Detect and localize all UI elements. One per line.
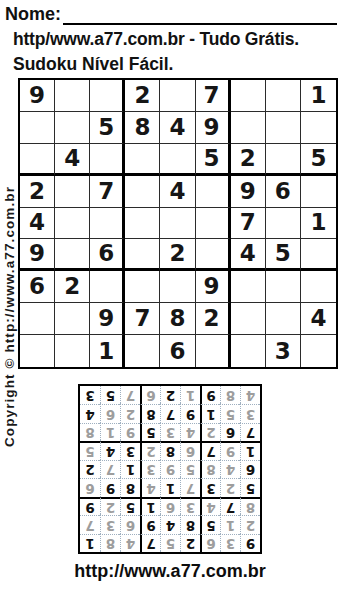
answer-cell-r9c1: 4	[240, 386, 260, 404]
puzzle-cell-r6c6	[196, 239, 231, 271]
puzzle-cell-r7c9	[301, 271, 336, 303]
answer-cell-r8c6: 8	[140, 404, 160, 422]
answer-cell-r9c9: 3	[80, 386, 100, 404]
answer-cell-r4c2: 2	[220, 478, 240, 496]
answer-cell-r4c1: 5	[240, 478, 260, 496]
answer-cell-r6c7: 3	[120, 441, 140, 459]
answer-cell-r2c9: 7	[80, 515, 100, 533]
puzzle-cell-r2c8	[266, 112, 301, 144]
puzzle-cell-r7c2: 2	[55, 271, 90, 303]
answer-cell-r5c5: 9	[160, 460, 180, 478]
puzzle-cell-r6c3: 6	[90, 239, 125, 271]
sudoku-printable-page: Nome: http/www.a77.com.br - Tudo Grátis.…	[0, 0, 340, 596]
puzzle-cell-r3c9: 5	[301, 144, 336, 176]
answer-cell-r4c5: 1	[160, 478, 180, 496]
copyright-vertical-text: Copyright © http://www.a77.com.br	[2, 186, 17, 447]
puzzle-cell-r8c6: 2	[196, 303, 231, 335]
puzzle-cell-r9c2	[55, 335, 90, 367]
answer-cell-r2c2: 1	[220, 515, 240, 533]
answer-cell-r5c4: 5	[180, 460, 200, 478]
answer-cell-r1c8: 8	[100, 534, 120, 552]
puzzle-cell-r8c3: 9	[90, 303, 125, 335]
puzzle-cell-r2c9	[301, 112, 336, 144]
answer-cell-r4c3: 3	[200, 478, 220, 496]
answer-cell-r2c7: 6	[120, 515, 140, 533]
puzzle-cell-r9c9	[301, 335, 336, 367]
puzzle-cell-r5c1: 4	[20, 208, 55, 240]
puzzle-cell-r2c7	[231, 112, 266, 144]
puzzle-cell-r9c6	[196, 335, 231, 367]
name-underline	[63, 3, 337, 25]
puzzle-cell-r3c4	[125, 144, 160, 176]
answer-cell-r4c6: 4	[140, 478, 160, 496]
puzzle-cell-r8c4: 7	[125, 303, 160, 335]
answer-cell-r7c8: 1	[100, 423, 120, 441]
puzzle-cell-r4c5: 4	[160, 176, 195, 208]
answer-cell-r3c9: 9	[80, 497, 100, 515]
answer-cell-r4c9: 6	[80, 478, 100, 496]
puzzle-cell-r3c7: 2	[231, 144, 266, 176]
puzzle-cell-r9c7	[231, 335, 266, 367]
answer-cell-r8c3: 1	[200, 404, 220, 422]
answer-cell-r8c4: 9	[180, 404, 200, 422]
puzzle-cell-r4c7: 9	[231, 176, 266, 208]
puzzle-cell-r3c6: 5	[196, 144, 231, 176]
puzzle-grid: 927158494525274964719624562997824163	[18, 78, 338, 369]
puzzle-cell-r3c2: 4	[55, 144, 90, 176]
puzzle-cell-r9c1	[20, 335, 55, 367]
puzzle-cell-r5c2	[55, 208, 90, 240]
puzzle-cell-r8c8	[266, 303, 301, 335]
answer-cell-r5c2: 4	[220, 460, 240, 478]
page-title: Sudoku Nível Fácil.	[13, 54, 173, 75]
answer-cell-r8c2: 5	[220, 404, 240, 422]
answer-cell-r5c3: 8	[200, 460, 220, 478]
answer-cell-r6c2: 9	[220, 441, 240, 459]
answer-cell-r8c9: 4	[80, 404, 100, 422]
answer-cell-r3c5: 6	[160, 497, 180, 515]
puzzle-cell-r5c7: 7	[231, 208, 266, 240]
answer-cell-r6c9: 5	[80, 441, 100, 459]
puzzle-cell-r1c2	[55, 80, 90, 112]
puzzle-cell-r3c5	[160, 144, 195, 176]
answer-cell-r1c9: 1	[80, 534, 100, 552]
answer-cell-r1c7: 4	[120, 534, 140, 552]
answer-key-grid: 9362574812158496378743615295237148966485…	[78, 384, 262, 554]
answer-cell-r7c6: 5	[140, 423, 160, 441]
puzzle-cell-r2c5: 4	[160, 112, 195, 144]
answer-cell-r8c7: 2	[120, 404, 140, 422]
answer-cell-r9c5: 2	[160, 386, 180, 404]
answer-cell-r6c5: 8	[160, 441, 180, 459]
answer-cell-r3c1: 8	[240, 497, 260, 515]
answer-cell-r4c7: 8	[120, 478, 140, 496]
answer-cell-r2c5: 4	[160, 515, 180, 533]
answer-cell-r3c4: 3	[180, 497, 200, 515]
answer-cell-r3c7: 5	[120, 497, 140, 515]
puzzle-cell-r9c3: 1	[90, 335, 125, 367]
answer-cell-r3c6: 1	[140, 497, 160, 515]
puzzle-cell-r4c6	[196, 176, 231, 208]
puzzle-cell-r1c9: 1	[301, 80, 336, 112]
puzzle-cell-r2c6: 9	[196, 112, 231, 144]
puzzle-cell-r8c2	[55, 303, 90, 335]
puzzle-cell-r8c7	[231, 303, 266, 335]
name-label: Nome:	[5, 3, 61, 25]
answer-cell-r6c6: 2	[140, 441, 160, 459]
puzzle-cell-r2c3: 5	[90, 112, 125, 144]
puzzle-cell-r5c8	[266, 208, 301, 240]
puzzle-cell-r9c5: 6	[160, 335, 195, 367]
answer-cell-r1c2: 3	[220, 534, 240, 552]
answer-cell-r1c1: 9	[240, 534, 260, 552]
puzzle-cell-r1c3	[90, 80, 125, 112]
answer-cell-r9c2: 8	[220, 386, 240, 404]
answer-cell-r6c1: 1	[240, 441, 260, 459]
answer-cell-r2c3: 5	[200, 515, 220, 533]
answer-cell-r1c5: 5	[160, 534, 180, 552]
puzzle-cell-r9c8: 3	[266, 335, 301, 367]
puzzle-cell-r5c9: 1	[301, 208, 336, 240]
puzzle-cell-r6c9	[301, 239, 336, 271]
answer-cell-r9c8: 5	[100, 386, 120, 404]
answer-cell-r9c3: 9	[200, 386, 220, 404]
puzzle-cell-r7c5	[160, 271, 195, 303]
answer-cell-r9c7: 7	[120, 386, 140, 404]
answer-cell-r2c6: 9	[140, 515, 160, 533]
answer-cell-r3c8: 2	[100, 497, 120, 515]
puzzle-cell-r4c3: 7	[90, 176, 125, 208]
answer-cell-r7c5: 3	[160, 423, 180, 441]
puzzle-cell-r7c6: 9	[196, 271, 231, 303]
answer-cell-r6c8: 4	[100, 441, 120, 459]
answer-cell-r6c4: 6	[180, 441, 200, 459]
puzzle-cell-r4c9	[301, 176, 336, 208]
puzzle-cell-r3c3	[90, 144, 125, 176]
puzzle-cell-r1c4: 2	[125, 80, 160, 112]
name-line: Nome:	[5, 3, 337, 25]
puzzle-cell-r7c8	[266, 271, 301, 303]
puzzle-cell-r7c3	[90, 271, 125, 303]
puzzle-cell-r1c6: 7	[196, 80, 231, 112]
puzzle-cell-r1c7	[231, 80, 266, 112]
answer-cell-r5c6: 3	[140, 460, 160, 478]
puzzle-cell-r8c5: 8	[160, 303, 195, 335]
puzzle-cell-r7c7	[231, 271, 266, 303]
site-header-text: http/www.a77.com.br - Tudo Grátis.	[13, 29, 299, 50]
puzzle-cell-r6c1: 9	[20, 239, 55, 271]
answer-cell-r4c4: 7	[180, 478, 200, 496]
answer-cell-r5c8: 7	[100, 460, 120, 478]
answer-cell-r6c3: 7	[200, 441, 220, 459]
answer-cell-r1c4: 2	[180, 534, 200, 552]
answer-cell-r2c4: 8	[180, 515, 200, 533]
answer-cell-r8c5: 7	[160, 404, 180, 422]
answer-cell-r2c8: 3	[100, 515, 120, 533]
answer-cell-r7c1: 7	[240, 423, 260, 441]
puzzle-cell-r8c1	[20, 303, 55, 335]
puzzle-cell-r7c1: 6	[20, 271, 55, 303]
answer-cell-r4c8: 9	[100, 478, 120, 496]
puzzle-cell-r1c1: 9	[20, 80, 55, 112]
puzzle-cell-r4c2	[55, 176, 90, 208]
answer-cell-r8c8: 6	[100, 404, 120, 422]
answer-cell-r3c2: 7	[220, 497, 240, 515]
answer-cell-r9c6: 6	[140, 386, 160, 404]
puzzle-cell-r8c9: 4	[301, 303, 336, 335]
puzzle-cell-r2c2	[55, 112, 90, 144]
answer-cell-r7c2: 6	[220, 423, 240, 441]
puzzle-cell-r6c7: 4	[231, 239, 266, 271]
footer-url: http://www.a77.com.br	[0, 561, 340, 582]
puzzle-cell-r5c3	[90, 208, 125, 240]
answer-cell-r8c1: 3	[240, 404, 260, 422]
answer-cell-r3c3: 4	[200, 497, 220, 515]
answer-cell-r7c4: 4	[180, 423, 200, 441]
puzzle-cell-r4c8: 6	[266, 176, 301, 208]
puzzle-cell-r4c4	[125, 176, 160, 208]
answer-cell-r1c6: 7	[140, 534, 160, 552]
puzzle-cell-r3c8	[266, 144, 301, 176]
puzzle-cell-r5c4	[125, 208, 160, 240]
answer-cell-r7c3: 2	[200, 423, 220, 441]
puzzle-cell-r2c4: 8	[125, 112, 160, 144]
answer-cell-r9c4: 1	[180, 386, 200, 404]
answer-cell-r5c9: 2	[80, 460, 100, 478]
answer-cell-r7c7: 9	[120, 423, 140, 441]
answer-cell-r2c1: 2	[240, 515, 260, 533]
answer-cell-r5c7: 1	[120, 460, 140, 478]
answer-cell-r1c3: 6	[200, 534, 220, 552]
puzzle-cell-r6c4	[125, 239, 160, 271]
puzzle-cell-r3c1	[20, 144, 55, 176]
puzzle-cell-r5c6	[196, 208, 231, 240]
puzzle-cell-r7c4	[125, 271, 160, 303]
puzzle-cell-r6c2	[55, 239, 90, 271]
answer-cell-r7c9: 8	[80, 423, 100, 441]
puzzle-cell-r5c5	[160, 208, 195, 240]
puzzle-cell-r6c5: 2	[160, 239, 195, 271]
puzzle-cell-r1c5	[160, 80, 195, 112]
puzzle-cell-r2c1	[20, 112, 55, 144]
puzzle-cell-r4c1: 2	[20, 176, 55, 208]
puzzle-cell-r9c4	[125, 335, 160, 367]
puzzle-cell-r1c8	[266, 80, 301, 112]
puzzle-cell-r6c8: 5	[266, 239, 301, 271]
answer-cell-r5c1: 6	[240, 460, 260, 478]
